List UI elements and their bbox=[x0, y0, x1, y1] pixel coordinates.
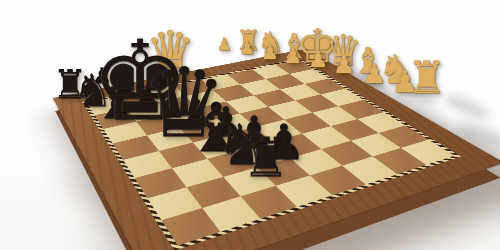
board-square bbox=[342, 157, 397, 185]
board-square bbox=[159, 143, 207, 169]
chess-set-product-photo: ♟♜♟♞♟♝♟♚♟♛♟♝♛♟♟♞♟♟♜♜♟♞♟♝♟♚♟♛♟♝♟♞♜ bbox=[0, 0, 500, 250]
board-square bbox=[372, 148, 426, 174]
board-square bbox=[113, 136, 159, 160]
board-square bbox=[223, 167, 277, 197]
board-square bbox=[378, 125, 428, 148]
board-square bbox=[186, 177, 240, 208]
board-square bbox=[202, 197, 260, 232]
board-square bbox=[350, 133, 401, 157]
board-square bbox=[240, 186, 297, 219]
board-square bbox=[207, 150, 257, 177]
board-square bbox=[276, 176, 332, 207]
board-square bbox=[290, 149, 342, 176]
board-square bbox=[192, 135, 240, 159]
black-pawn-h7: ♟ bbox=[91, 65, 113, 87]
board-square bbox=[240, 142, 290, 167]
board-square bbox=[147, 128, 193, 151]
board-square bbox=[257, 158, 310, 186]
board-square bbox=[272, 134, 321, 158]
white-rook-h1: ♜ bbox=[234, 27, 262, 55]
white-pawn-g2: ♟ bbox=[238, 39, 256, 57]
board-square bbox=[123, 151, 172, 178]
board-square bbox=[401, 140, 454, 165]
board-square bbox=[224, 127, 271, 150]
board-square bbox=[302, 126, 351, 149]
white-pawn-h2: ♟ bbox=[216, 36, 233, 53]
piece-shadow bbox=[443, 91, 491, 122]
board-square bbox=[147, 187, 202, 220]
board-square bbox=[321, 141, 373, 166]
board-square bbox=[310, 166, 366, 195]
board-square bbox=[162, 208, 221, 245]
board-square bbox=[172, 159, 223, 187]
board-square bbox=[135, 168, 186, 198]
